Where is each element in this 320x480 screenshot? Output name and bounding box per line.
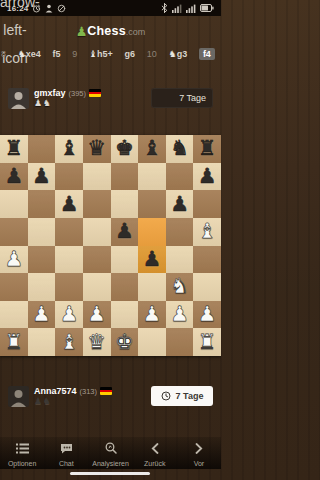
nav-label: Optionen	[8, 460, 36, 467]
captured-pawn-icon: ♟	[34, 396, 43, 406]
square-e1[interactable]: ♚	[111, 328, 139, 356]
white-pawn: ♟	[87, 304, 106, 325]
germany-flag-icon	[89, 89, 101, 97]
square-a3[interactable]	[0, 273, 28, 301]
square-c5[interactable]	[55, 218, 83, 246]
white-bishop: ♝	[198, 221, 217, 242]
chevron-right-icon	[195, 440, 203, 458]
square-e3[interactable]	[111, 273, 139, 301]
player-bottom: Anna7574 (313) ♟♞ 7 Tage	[0, 386, 221, 416]
square-c3[interactable]	[55, 273, 83, 301]
nav-label: Analysieren	[92, 460, 129, 467]
logo-suffix: .com	[126, 27, 146, 37]
square-a4[interactable]: ♟	[0, 246, 28, 274]
square-h2[interactable]: ♟	[193, 301, 221, 329]
black-pawn: ♟	[198, 166, 217, 187]
square-b8[interactable]	[28, 135, 56, 163]
white-bishop: ♝	[60, 332, 79, 353]
chesscom-logo: ♟Chess.com	[0, 21, 221, 39]
square-f5[interactable]	[138, 218, 166, 246]
square-d8[interactable]: ♛	[83, 135, 111, 163]
move-number[interactable]: 10	[147, 49, 157, 59]
player-top-name[interactable]: gmxfay	[34, 88, 66, 98]
square-d1[interactable]: ♛	[83, 328, 111, 356]
white-rook: ♜	[4, 332, 23, 353]
square-h4[interactable]	[193, 246, 221, 274]
knight-figurine-icon: ♞	[169, 49, 177, 59]
chat-bubble-icon	[60, 440, 73, 458]
square-f4[interactable]: ♟	[138, 246, 166, 274]
square-c7[interactable]	[55, 163, 83, 191]
black-bishop: ♝	[143, 138, 162, 159]
move[interactable]: ♞xe4	[18, 49, 41, 59]
captured-pieces-top: ♟♞	[34, 98, 151, 108]
white-pawn: ♟	[60, 304, 79, 325]
move-current[interactable]: f4	[199, 48, 215, 60]
black-rook: ♜	[4, 138, 23, 159]
move-number[interactable]: 8	[1, 49, 6, 59]
square-e7[interactable]	[111, 163, 139, 191]
square-g6[interactable]: ♟	[166, 190, 194, 218]
black-king: ♚	[115, 138, 134, 159]
clock-top-label: 7 Tage	[179, 93, 206, 103]
nav-chat[interactable]: Chat	[44, 440, 88, 467]
white-knight: ♞	[170, 276, 189, 297]
avatar-top[interactable]	[8, 88, 29, 109]
white-king: ♚	[115, 332, 134, 353]
signal2-icon	[186, 4, 196, 13]
captured-knight-icon: ♞	[43, 396, 52, 406]
player-top-rating: (395)	[69, 89, 87, 98]
white-pawn: ♟	[170, 304, 189, 325]
square-f6[interactable]	[138, 190, 166, 218]
square-f2[interactable]: ♟	[138, 301, 166, 329]
black-pawn: ♟	[60, 194, 79, 215]
battery-icon	[200, 4, 214, 12]
home-indicator[interactable]	[70, 472, 150, 475]
square-h6[interactable]	[193, 190, 221, 218]
white-pawn: ♟	[32, 304, 51, 325]
square-g8[interactable]: ♞	[166, 135, 194, 163]
square-a8[interactable]: ♜	[0, 135, 28, 163]
square-e2[interactable]	[111, 301, 139, 329]
square-a7[interactable]: ♟	[0, 163, 28, 191]
black-pawn: ♟	[4, 166, 23, 187]
player-bottom-name[interactable]: Anna7574	[34, 386, 77, 396]
nav-label: Zurück	[144, 460, 165, 467]
square-d4[interactable]	[83, 246, 111, 274]
move-number[interactable]: 9	[72, 49, 77, 59]
app-header: arrow-left-icon ♟Chess.com	[0, 16, 221, 44]
square-g2[interactable]: ♟	[166, 301, 194, 329]
square-h5[interactable]: ♝	[193, 218, 221, 246]
black-bishop: ♝	[60, 138, 79, 159]
square-d2[interactable]: ♟	[83, 301, 111, 329]
black-pawn: ♟	[115, 221, 134, 242]
nav-label: Chat	[59, 460, 74, 467]
do-not-disturb-icon	[57, 4, 66, 13]
black-pawn: ♟	[143, 249, 162, 270]
square-f1[interactable]	[138, 328, 166, 356]
signal-icon	[172, 4, 182, 13]
square-b1[interactable]	[28, 328, 56, 356]
person-icon	[45, 4, 53, 13]
chevron-left-icon	[151, 440, 159, 458]
black-knight: ♞	[170, 138, 189, 159]
square-f3[interactable]	[138, 273, 166, 301]
avatar-bottom[interactable]	[8, 386, 29, 407]
square-g3[interactable]: ♞	[166, 273, 194, 301]
player-bottom-rating: (313)	[80, 387, 98, 396]
captured-knight-icon: ♞	[43, 98, 52, 108]
square-d7[interactable]	[83, 163, 111, 191]
square-b2[interactable]: ♟	[28, 301, 56, 329]
square-a6[interactable]	[0, 190, 28, 218]
square-a2[interactable]	[0, 301, 28, 329]
move[interactable]: ♞g3	[169, 49, 188, 59]
black-queen: ♛	[87, 138, 106, 159]
move[interactable]: f5	[53, 49, 61, 59]
square-b6[interactable]	[28, 190, 56, 218]
chess-board[interactable]: ♜♝♛♚♝♞♜♟♟♟♟♟♟♝♟♟♞♟♟♟♟♟♟♜♝♛♚♜	[0, 135, 221, 356]
captured-pieces-bottom: ♟♞	[34, 396, 151, 406]
clock-bottom: 7 Tage	[151, 386, 213, 406]
bluetooth-icon	[161, 3, 168, 13]
square-c1[interactable]: ♝	[55, 328, 83, 356]
square-e4[interactable]	[111, 246, 139, 274]
square-c2[interactable]: ♟	[55, 301, 83, 329]
white-queen: ♛	[87, 332, 106, 353]
square-b4[interactable]	[28, 246, 56, 274]
square-a1[interactable]: ♜	[0, 328, 28, 356]
black-rook: ♜	[198, 138, 217, 159]
move-list[interactable]: 8♞xe4f59♝h5+g610♞g3f4	[0, 44, 221, 64]
square-b3[interactable]	[28, 273, 56, 301]
square-b5[interactable]	[28, 218, 56, 246]
analyze-magnifier-icon	[105, 440, 117, 458]
nav-analysieren[interactable]: Analysieren	[88, 440, 132, 467]
options-list-icon	[16, 440, 29, 458]
square-f7[interactable]	[138, 163, 166, 191]
white-rook: ♜	[198, 332, 217, 353]
square-c6[interactable]: ♟	[55, 190, 83, 218]
square-d3[interactable]	[83, 273, 111, 301]
nav-vor[interactable]: Vor	[177, 440, 221, 467]
logo-text: Chess	[87, 24, 126, 38]
clock-top: 7 Tage	[151, 88, 213, 108]
chesscom-pawn-icon: ♟	[76, 24, 88, 39]
white-pawn: ♟	[143, 304, 162, 325]
square-h8[interactable]: ♜	[193, 135, 221, 163]
square-b7[interactable]: ♟	[28, 163, 56, 191]
square-g4[interactable]	[166, 246, 194, 274]
square-h3[interactable]	[193, 273, 221, 301]
captured-pawn-icon: ♟	[34, 98, 43, 108]
square-a5[interactable]	[0, 218, 28, 246]
square-d6[interactable]	[83, 190, 111, 218]
square-d5[interactable]	[83, 218, 111, 246]
germany-flag-icon	[100, 387, 112, 395]
white-pawn: ♟	[4, 249, 23, 270]
square-g7[interactable]	[166, 163, 194, 191]
bottom-nav: OptionenChatAnalysierenZurückVor	[0, 437, 221, 469]
clock-icon	[161, 391, 171, 401]
square-e8[interactable]: ♚	[111, 135, 139, 163]
nav-zurck[interactable]: Zurück	[133, 440, 177, 467]
clock-bottom-label: 7 Tage	[176, 391, 204, 401]
bishop-figurine-icon: ♝	[89, 49, 97, 59]
white-pawn: ♟	[198, 304, 217, 325]
move[interactable]: ♝h5+	[89, 49, 113, 59]
player-top: gmxfay (395) ♟♞ 7 Tage	[0, 88, 221, 118]
square-e5[interactable]: ♟	[111, 218, 139, 246]
nav-optionen[interactable]: Optionen	[0, 440, 44, 467]
square-c4[interactable]	[55, 246, 83, 274]
square-h1[interactable]: ♜	[193, 328, 221, 356]
square-f8[interactable]: ♝	[138, 135, 166, 163]
square-g1[interactable]	[166, 328, 194, 356]
nav-label: Vor	[194, 460, 205, 467]
move[interactable]: g6	[125, 49, 136, 59]
square-e6[interactable]	[111, 190, 139, 218]
square-c8[interactable]: ♝	[55, 135, 83, 163]
black-pawn: ♟	[170, 194, 189, 215]
square-h7[interactable]: ♟	[193, 163, 221, 191]
knight-figurine-icon: ♞	[18, 49, 26, 59]
black-pawn: ♟	[32, 166, 51, 187]
square-g5[interactable]	[166, 218, 194, 246]
